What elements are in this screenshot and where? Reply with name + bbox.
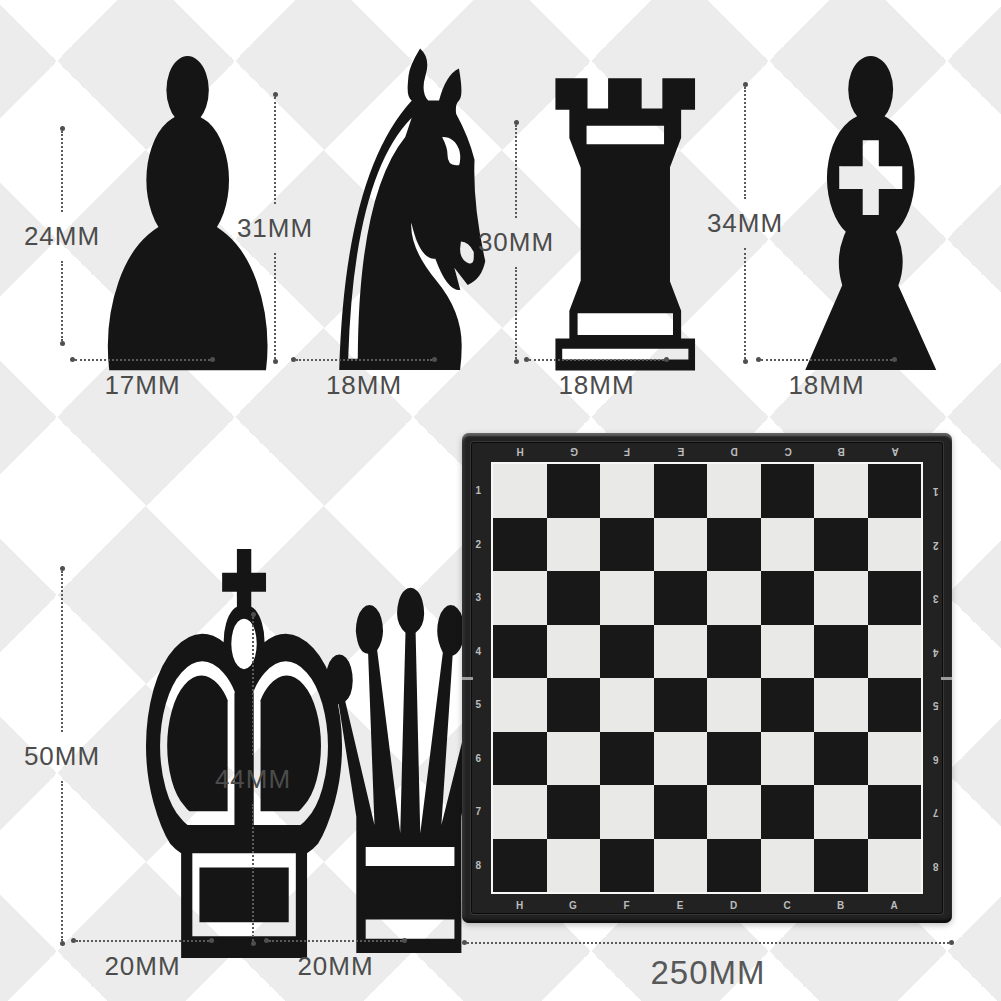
product-sheet: ♟ ♞ ♜ ♝ ♚ ♛ 24MM 31MM 30MM 34MM 50MM 44M… [0, 0, 1001, 1001]
board-square [761, 625, 815, 679]
board-square [761, 732, 815, 786]
board-coordinate: F [600, 443, 654, 460]
board-coordinate: 4 [470, 625, 487, 679]
board-coordinate: D [707, 443, 761, 460]
pawn-height-label: 24MM [24, 221, 100, 252]
board-squares [491, 462, 923, 894]
board-width-label: 250MM [650, 954, 765, 992]
board-square [707, 785, 761, 839]
rook-height-label: 30MM [478, 227, 554, 258]
board-coordinate: B [814, 443, 868, 460]
king-height-label: 50MM [24, 741, 100, 772]
dimension-endpoint-icon [664, 357, 669, 362]
board-coordinate: 6 [927, 732, 944, 786]
board-square [547, 785, 601, 839]
board-coordinate: B [814, 897, 868, 914]
board-square [761, 785, 815, 839]
board-square [654, 678, 708, 732]
queen-height-label: 44MM [215, 764, 291, 795]
board-coordinate: 5 [470, 678, 487, 732]
bishop-height-label: 34MM [707, 208, 783, 239]
knight-base-dimension: 18MM [291, 357, 437, 401]
board-ranks-right: 12345678 [927, 464, 944, 892]
board-square [868, 839, 922, 893]
board-square [547, 571, 601, 625]
board-square [654, 464, 708, 518]
board-files-bottom: HGFEDCBA [493, 897, 921, 914]
board-square [547, 518, 601, 572]
board-square [707, 678, 761, 732]
board-square [707, 464, 761, 518]
board-square [814, 839, 868, 893]
board-coordinate: 8 [927, 839, 944, 893]
board-square [547, 678, 601, 732]
board-coordinate: 3 [927, 571, 944, 625]
board-square [814, 571, 868, 625]
chess-board: HGFEDCBA HGFEDCBA 12345678 12345678 [462, 433, 952, 923]
board-files-top: HGFEDCBA [493, 443, 921, 460]
rook-base-dimension: 18MM [524, 357, 669, 401]
board-square [868, 625, 922, 679]
board-coordinate: A [868, 443, 922, 460]
board-square [707, 839, 761, 893]
bishop-height-dimension: 34MM [697, 82, 793, 364]
board-square [547, 464, 601, 518]
board-square [814, 464, 868, 518]
queen-base-label: 20MM [297, 951, 373, 982]
board-square [814, 518, 868, 572]
dimension-endpoint-icon [892, 357, 897, 362]
pawn-base-label: 17MM [104, 370, 180, 401]
board-coordinate: 6 [470, 732, 487, 786]
dimension-endpoint-icon [514, 359, 519, 364]
bishop-base-label: 18MM [788, 370, 864, 401]
board-square [707, 625, 761, 679]
board-square [600, 732, 654, 786]
board-coordinate: G [547, 897, 601, 914]
board-square [814, 785, 868, 839]
board-square [493, 732, 547, 786]
rook-height-dimension: 30MM [468, 120, 564, 364]
board-square [868, 571, 922, 625]
dimension-endpoint-icon [402, 938, 407, 943]
board-square [761, 678, 815, 732]
dimension-endpoint-icon [949, 940, 954, 945]
board-square [761, 571, 815, 625]
dimension-endpoint-icon [432, 357, 437, 362]
board-coordinate: 8 [470, 839, 487, 893]
board-square [493, 625, 547, 679]
board-coordinate: 1 [470, 464, 487, 518]
king-height-dimension: 50MM [14, 566, 110, 946]
knight-height-label: 31MM [237, 213, 313, 244]
board-square [547, 732, 601, 786]
king-base-label: 20MM [104, 951, 180, 982]
board-square [707, 732, 761, 786]
board-square [600, 625, 654, 679]
board-square [761, 518, 815, 572]
board-square [493, 571, 547, 625]
bishop-base-dimension: 18MM [756, 357, 897, 401]
board-coordinate: A [868, 897, 922, 914]
board-coordinate: 5 [927, 678, 944, 732]
board-square [547, 625, 601, 679]
board-square [761, 839, 815, 893]
board-width-dimension: 250MM [462, 940, 954, 992]
board-coordinate: 4 [927, 625, 944, 679]
board-square [868, 678, 922, 732]
knight-height-dimension: 31MM [227, 92, 323, 364]
queen-height-dimension: 44MM [205, 612, 301, 946]
board-square [493, 518, 547, 572]
board-coordinate: 2 [927, 518, 944, 572]
board-square [600, 518, 654, 572]
dimension-endpoint-icon [60, 341, 65, 346]
board-square [493, 678, 547, 732]
board-square [654, 839, 708, 893]
board-coordinate: 7 [927, 785, 944, 839]
board-coordinate: 1 [927, 464, 944, 518]
board-square [868, 785, 922, 839]
board-coordinate: 3 [470, 571, 487, 625]
board-square [654, 625, 708, 679]
board-coordinate: C [761, 897, 815, 914]
board-square [707, 571, 761, 625]
board-square [654, 785, 708, 839]
board-coordinate: H [493, 443, 547, 460]
dimension-endpoint-icon [60, 941, 65, 946]
board-coordinate: E [654, 443, 708, 460]
board-coordinate: 2 [470, 518, 487, 572]
board-coordinate: C [761, 443, 815, 460]
pawn-base-dimension: 17MM [70, 357, 215, 401]
dimension-endpoint-icon [209, 938, 214, 943]
board-square [600, 785, 654, 839]
board-square [600, 678, 654, 732]
rook-base-label: 18MM [558, 370, 634, 401]
board-square [493, 785, 547, 839]
board-square [654, 518, 708, 572]
board-square [600, 839, 654, 893]
board-square [868, 732, 922, 786]
board-square [814, 625, 868, 679]
dimension-endpoint-icon [743, 359, 748, 364]
board-square [868, 518, 922, 572]
board-square [493, 839, 547, 893]
board-ranks-left: 12345678 [470, 464, 487, 892]
king-base-dimension: 20MM [71, 938, 214, 982]
board-square [814, 678, 868, 732]
board-square [547, 839, 601, 893]
board-square [600, 571, 654, 625]
knight-base-label: 18MM [326, 370, 402, 401]
board-square [600, 464, 654, 518]
board-square [654, 571, 708, 625]
board-coordinate: D [707, 897, 761, 914]
dimension-endpoint-icon [273, 359, 278, 364]
board-coordinate: F [600, 897, 654, 914]
board-coordinate: 7 [470, 785, 487, 839]
board-square [654, 732, 708, 786]
board-square [707, 518, 761, 572]
board-coordinate: G [547, 443, 601, 460]
dimension-endpoint-icon [210, 357, 215, 362]
board-coordinate: H [493, 897, 547, 914]
board-square [814, 732, 868, 786]
board-square [761, 464, 815, 518]
board-square [493, 464, 547, 518]
pawn-height-dimension: 24MM [14, 126, 110, 346]
board-square [868, 464, 922, 518]
board-coordinate: E [654, 897, 708, 914]
dimension-endpoint-icon [251, 941, 256, 946]
queen-base-dimension: 20MM [264, 938, 407, 982]
